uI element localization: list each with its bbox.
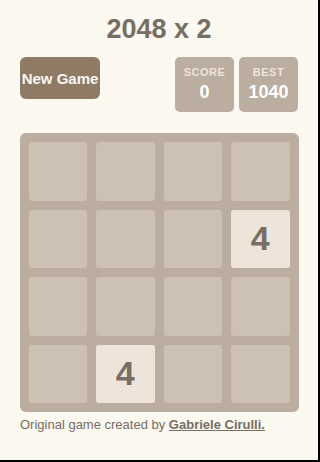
- score-box: SCORE 0: [175, 57, 234, 112]
- cell-r2c3: [164, 210, 223, 269]
- best-value: 1040: [248, 81, 288, 103]
- best-box: BEST 1040: [239, 57, 298, 112]
- footer-text: Original game created by: [20, 417, 169, 432]
- cell-r3c4: [231, 277, 290, 336]
- cell-r1c4: [231, 142, 290, 201]
- score-label: SCORE: [184, 66, 226, 79]
- score-value: 0: [199, 81, 209, 103]
- cell-r2c2: [96, 210, 155, 269]
- cell-r2c4: 4: [231, 210, 290, 269]
- controls-row: New Game SCORE 0 BEST 1040: [20, 57, 298, 112]
- tile-4: 4: [96, 345, 155, 404]
- page-title: 2048 x 2: [0, 0, 318, 44]
- cell-r2c1: [29, 210, 88, 269]
- new-game-button[interactable]: New Game: [20, 57, 100, 99]
- tile-4: 4: [231, 210, 290, 269]
- cell-r4c3: [164, 345, 223, 404]
- cell-r4c4: [231, 345, 290, 404]
- cell-r1c2: [96, 142, 155, 201]
- footer-credit: Original game created by Gabriele Cirull…: [20, 417, 298, 433]
- cell-r3c1: [29, 277, 88, 336]
- credit-link[interactable]: Gabriele Cirulli.: [169, 417, 265, 432]
- cell-r1c1: [29, 142, 88, 201]
- best-label: BEST: [253, 66, 284, 79]
- cell-r3c3: [164, 277, 223, 336]
- scoreboard: SCORE 0 BEST 1040: [175, 57, 298, 112]
- cell-r4c1: [29, 345, 88, 404]
- cell-r3c2: [96, 277, 155, 336]
- cell-r4c2: 4: [96, 345, 155, 404]
- board[interactable]: 44: [20, 133, 299, 412]
- app-screen: 2048 x 2 New Game SCORE 0 BEST 1040 44 O…: [0, 0, 320, 462]
- cell-r1c3: [164, 142, 223, 201]
